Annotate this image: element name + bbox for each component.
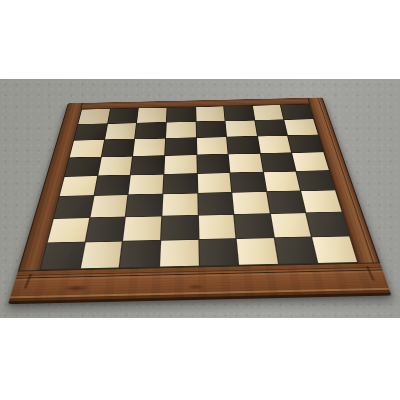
- square-a8: [78, 109, 109, 124]
- square-d4: [163, 174, 197, 194]
- square-f6: [227, 136, 259, 153]
- square-e4: [197, 173, 231, 193]
- playing-area: [39, 104, 358, 270]
- square-h1: [313, 237, 358, 263]
- square-a3: [54, 196, 93, 218]
- square-b1: [80, 242, 122, 269]
- square-g5: [261, 153, 296, 172]
- square-b2: [85, 217, 125, 241]
- square-c8: [137, 108, 166, 123]
- square-h7: [285, 119, 318, 135]
- square-f5: [229, 153, 263, 172]
- photo-page: [0, 0, 400, 400]
- square-f3: [232, 192, 269, 214]
- square-d5: [164, 155, 196, 174]
- square-b5: [98, 156, 132, 175]
- square-a4: [60, 176, 97, 196]
- square-h8: [281, 104, 313, 119]
- square-f2: [235, 214, 274, 238]
- square-c5: [131, 156, 164, 175]
- square-e3: [198, 193, 234, 215]
- square-c4: [129, 174, 163, 194]
- square-b6: [102, 139, 135, 156]
- square-e2: [198, 215, 235, 239]
- square-d6: [165, 138, 196, 155]
- square-d2: [161, 216, 198, 240]
- square-g3: [267, 191, 306, 213]
- square-a7: [74, 124, 107, 140]
- square-h6: [288, 135, 323, 152]
- square-e7: [196, 121, 226, 137]
- square-a1: [41, 243, 84, 270]
- square-f8: [224, 106, 254, 121]
- square-f4: [231, 172, 266, 192]
- square-c6: [133, 138, 165, 155]
- square-b4: [94, 175, 130, 195]
- square-d1: [160, 240, 199, 267]
- square-d7: [166, 122, 196, 138]
- square-e5: [197, 154, 230, 173]
- square-d3: [162, 194, 197, 216]
- square-c3: [126, 195, 162, 217]
- square-h4: [297, 171, 335, 191]
- square-h2: [307, 213, 349, 237]
- square-c7: [135, 122, 165, 138]
- square-a2: [48, 218, 89, 242]
- square-d8: [167, 107, 196, 122]
- square-e8: [196, 106, 225, 121]
- square-g4: [264, 171, 301, 191]
- square-g6: [258, 136, 292, 153]
- square-g2: [271, 213, 312, 237]
- square-f1: [237, 238, 278, 264]
- square-g1: [275, 237, 318, 263]
- square-b3: [90, 195, 128, 217]
- square-a5: [65, 157, 101, 176]
- square-f7: [226, 120, 257, 136]
- square-c1: [120, 241, 160, 268]
- square-a6: [70, 140, 104, 157]
- square-g8: [253, 105, 284, 120]
- square-b7: [105, 123, 137, 139]
- square-h3: [302, 191, 342, 213]
- square-e6: [196, 137, 227, 154]
- square-e1: [199, 239, 238, 266]
- square-g7: [255, 120, 287, 136]
- square-b8: [108, 108, 138, 123]
- square-h5: [292, 152, 328, 171]
- square-c2: [123, 217, 161, 241]
